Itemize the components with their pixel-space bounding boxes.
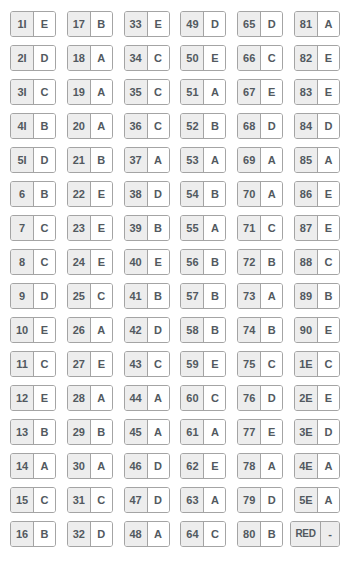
answer-pair-15: 15C bbox=[10, 487, 56, 513]
answer-letter: B bbox=[34, 182, 55, 206]
answer-pair-40: 40E bbox=[124, 249, 170, 275]
question-label: 60 bbox=[181, 386, 204, 410]
answer-pair-78: 78A bbox=[237, 453, 283, 479]
answer-letter: C bbox=[204, 522, 225, 546]
answer-pair-73: 73A bbox=[237, 283, 283, 309]
answer-pair-59: 59E bbox=[180, 351, 226, 377]
question-label: 85 bbox=[295, 148, 318, 172]
answer-pair-81: 81A bbox=[294, 11, 340, 37]
answer-letter: A bbox=[91, 114, 112, 138]
answer-letter: A bbox=[204, 216, 225, 240]
answer-pair-47: 47D bbox=[124, 487, 170, 513]
question-label: 30 bbox=[68, 454, 91, 478]
question-label: 45 bbox=[125, 420, 148, 444]
question-label: 39 bbox=[125, 216, 148, 240]
answer-pair-25: 25C bbox=[67, 283, 113, 309]
question-label: 79 bbox=[238, 488, 261, 512]
answer-letter: A bbox=[204, 80, 225, 104]
question-label: 34 bbox=[125, 46, 148, 70]
question-label: 84 bbox=[295, 114, 318, 138]
answer-pair-79: 79D bbox=[237, 487, 283, 513]
question-label: 17 bbox=[68, 12, 91, 36]
answer-pair-3I: 3IC bbox=[10, 79, 56, 105]
answer-pair-18: 18A bbox=[67, 45, 113, 71]
answer-key-grid: 1IE17B33E49D65D81A2ID18A34C50E66C82E3IC1… bbox=[0, 0, 350, 564]
question-label: 73 bbox=[238, 284, 261, 308]
question-label: 1I bbox=[11, 12, 34, 36]
answer-pair-37: 37A bbox=[124, 147, 170, 173]
question-label: 25 bbox=[68, 284, 91, 308]
question-label: 4I bbox=[11, 114, 34, 138]
question-label: 80 bbox=[238, 522, 261, 546]
answer-letter: B bbox=[34, 420, 55, 444]
answer-pair-33: 33E bbox=[124, 11, 170, 37]
answer-letter: D bbox=[261, 12, 282, 36]
answer-letter: D bbox=[91, 522, 112, 546]
answer-letter: D bbox=[34, 284, 55, 308]
answer-pair-2E: 2EE bbox=[294, 385, 340, 411]
question-label: 2E bbox=[295, 386, 318, 410]
answer-pair-72: 72B bbox=[237, 249, 283, 275]
answer-letter: C bbox=[148, 46, 169, 70]
answer-pair-41: 41B bbox=[124, 283, 170, 309]
question-label: 48 bbox=[125, 522, 148, 546]
answer-pair-6: 6B bbox=[10, 181, 56, 207]
answer-letter: E bbox=[318, 80, 339, 104]
question-label: 10 bbox=[11, 318, 34, 342]
answer-pair-46: 46D bbox=[124, 453, 170, 479]
answer-pair-86: 86E bbox=[294, 181, 340, 207]
answer-pair-29: 29B bbox=[67, 419, 113, 445]
answer-letter: B bbox=[34, 114, 55, 138]
answer-letter: A bbox=[261, 182, 282, 206]
answer-letter: E bbox=[148, 12, 169, 36]
answer-pair-64: 64C bbox=[180, 521, 226, 547]
answer-pair-53: 53A bbox=[180, 147, 226, 173]
answer-letter: A bbox=[91, 318, 112, 342]
answer-pair-1I: 1IE bbox=[10, 11, 56, 37]
question-label: 23 bbox=[68, 216, 91, 240]
question-label: 49 bbox=[181, 12, 204, 36]
answer-letter: C bbox=[148, 80, 169, 104]
answer-letter: B bbox=[204, 318, 225, 342]
question-label: 82 bbox=[295, 46, 318, 70]
answer-pair-4E: 4EA bbox=[294, 453, 340, 479]
answer-pair-30: 30A bbox=[67, 453, 113, 479]
question-label: 70 bbox=[238, 182, 261, 206]
question-label: 56 bbox=[181, 250, 204, 274]
question-label: 20 bbox=[68, 114, 91, 138]
answer-letter: B bbox=[148, 216, 169, 240]
question-label: 87 bbox=[295, 216, 318, 240]
answer-letter: C bbox=[34, 216, 55, 240]
question-label: 2I bbox=[11, 46, 34, 70]
answer-pair-21: 21B bbox=[67, 147, 113, 173]
answer-letter: E bbox=[91, 352, 112, 376]
answer-letter: A bbox=[318, 488, 339, 512]
question-label: 83 bbox=[295, 80, 318, 104]
question-label: 55 bbox=[181, 216, 204, 240]
question-label: 32 bbox=[68, 522, 91, 546]
answer-letter: A bbox=[318, 454, 339, 478]
question-label: 53 bbox=[181, 148, 204, 172]
answer-pair-48: 48A bbox=[124, 521, 170, 547]
answer-pair-RED: RED- bbox=[290, 521, 340, 547]
answer-pair-19: 19A bbox=[67, 79, 113, 105]
question-label: 13 bbox=[11, 420, 34, 444]
question-label: 89 bbox=[295, 284, 318, 308]
answer-letter: D bbox=[318, 420, 339, 444]
answer-pair-5I: 5ID bbox=[10, 147, 56, 173]
answer-letter: A bbox=[204, 488, 225, 512]
answer-letter: D bbox=[261, 488, 282, 512]
answer-pair-50: 50E bbox=[180, 45, 226, 71]
question-label: 74 bbox=[238, 318, 261, 342]
answer-letter: E bbox=[204, 352, 225, 376]
answer-letter: C bbox=[318, 352, 339, 376]
answer-letter: - bbox=[321, 522, 339, 546]
answer-pair-8: 8C bbox=[10, 249, 56, 275]
question-label: 4E bbox=[295, 454, 318, 478]
answer-pair-5E: 5EA bbox=[294, 487, 340, 513]
answer-pair-36: 36C bbox=[124, 113, 170, 139]
answer-pair-54: 54B bbox=[180, 181, 226, 207]
question-label: 11 bbox=[11, 352, 34, 376]
answer-letter: C bbox=[204, 386, 225, 410]
question-label: 88 bbox=[295, 250, 318, 274]
answer-pair-9: 9D bbox=[10, 283, 56, 309]
answer-pair-22: 22E bbox=[67, 181, 113, 207]
question-label: 35 bbox=[125, 80, 148, 104]
answer-pair-60: 60C bbox=[180, 385, 226, 411]
answer-letter: A bbox=[204, 420, 225, 444]
question-label: 61 bbox=[181, 420, 204, 444]
question-label: 47 bbox=[125, 488, 148, 512]
answer-letter: B bbox=[91, 148, 112, 172]
answer-letter: E bbox=[204, 454, 225, 478]
answer-pair-57: 57B bbox=[180, 283, 226, 309]
answer-letter: B bbox=[148, 284, 169, 308]
answer-letter: C bbox=[148, 114, 169, 138]
answer-pair-77: 77E bbox=[237, 419, 283, 445]
answer-letter: C bbox=[261, 46, 282, 70]
answer-pair-90: 90E bbox=[294, 317, 340, 343]
question-label: 15 bbox=[11, 488, 34, 512]
question-label: 62 bbox=[181, 454, 204, 478]
question-label: 40 bbox=[125, 250, 148, 274]
question-label: 36 bbox=[125, 114, 148, 138]
answer-pair-2I: 2ID bbox=[10, 45, 56, 71]
answer-letter: A bbox=[148, 522, 169, 546]
answer-pair-13: 13B bbox=[10, 419, 56, 445]
question-label: 72 bbox=[238, 250, 261, 274]
answer-pair-56: 56B bbox=[180, 249, 226, 275]
question-label: 29 bbox=[68, 420, 91, 444]
answer-letter: E bbox=[91, 250, 112, 274]
question-label: 86 bbox=[295, 182, 318, 206]
question-label: 8 bbox=[11, 250, 34, 274]
answer-pair-42: 42D bbox=[124, 317, 170, 343]
question-label: 59 bbox=[181, 352, 204, 376]
question-label: 46 bbox=[125, 454, 148, 478]
answer-letter: E bbox=[318, 216, 339, 240]
answer-letter: C bbox=[91, 488, 112, 512]
answer-letter: D bbox=[34, 46, 55, 70]
answer-pair-89: 89B bbox=[294, 283, 340, 309]
answer-pair-7: 7C bbox=[10, 215, 56, 241]
question-label: 16 bbox=[11, 522, 34, 546]
answer-pair-11: 11C bbox=[10, 351, 56, 377]
answer-letter: C bbox=[148, 352, 169, 376]
answer-letter: D bbox=[148, 454, 169, 478]
answer-letter: A bbox=[148, 148, 169, 172]
answer-letter: A bbox=[91, 80, 112, 104]
question-label: 7 bbox=[11, 216, 34, 240]
answer-pair-66: 66C bbox=[237, 45, 283, 71]
answer-pair-28: 28A bbox=[67, 385, 113, 411]
answer-letter: E bbox=[34, 12, 55, 36]
answer-letter: A bbox=[148, 420, 169, 444]
answer-letter: E bbox=[261, 80, 282, 104]
answer-letter: B bbox=[318, 284, 339, 308]
answer-pair-74: 74B bbox=[237, 317, 283, 343]
answer-pair-55: 55A bbox=[180, 215, 226, 241]
question-label: 5E bbox=[295, 488, 318, 512]
question-label: 6 bbox=[11, 182, 34, 206]
answer-letter: C bbox=[34, 80, 55, 104]
question-label: 3I bbox=[11, 80, 34, 104]
question-label: 27 bbox=[68, 352, 91, 376]
answer-letter: D bbox=[261, 386, 282, 410]
question-label: 77 bbox=[238, 420, 261, 444]
question-label: 43 bbox=[125, 352, 148, 376]
answer-pair-71: 71C bbox=[237, 215, 283, 241]
answer-pair-32: 32D bbox=[67, 521, 113, 547]
answer-pair-31: 31C bbox=[67, 487, 113, 513]
question-label: 90 bbox=[295, 318, 318, 342]
question-label: 21 bbox=[68, 148, 91, 172]
answer-letter: E bbox=[34, 386, 55, 410]
question-label: 54 bbox=[181, 182, 204, 206]
answer-pair-52: 52B bbox=[180, 113, 226, 139]
answer-pair-23: 23E bbox=[67, 215, 113, 241]
question-label: 5I bbox=[11, 148, 34, 172]
answer-letter: B bbox=[204, 114, 225, 138]
answer-pair-85: 85A bbox=[294, 147, 340, 173]
answer-pair-51: 51A bbox=[180, 79, 226, 105]
question-label: 12 bbox=[11, 386, 34, 410]
answer-letter: D bbox=[261, 114, 282, 138]
answer-letter: B bbox=[91, 12, 112, 36]
question-label: 41 bbox=[125, 284, 148, 308]
answer-pair-26: 26A bbox=[67, 317, 113, 343]
answer-pair-75: 75C bbox=[237, 351, 283, 377]
answer-pair-84: 84D bbox=[294, 113, 340, 139]
answer-pair-88: 88C bbox=[294, 249, 340, 275]
answer-letter: A bbox=[91, 454, 112, 478]
question-label: 26 bbox=[68, 318, 91, 342]
answer-pair-14: 14A bbox=[10, 453, 56, 479]
answer-pair-82: 82E bbox=[294, 45, 340, 71]
question-label: 57 bbox=[181, 284, 204, 308]
answer-letter: A bbox=[261, 284, 282, 308]
answer-letter: A bbox=[261, 148, 282, 172]
answer-letter: E bbox=[204, 46, 225, 70]
answer-pair-83: 83E bbox=[294, 79, 340, 105]
answer-letter: A bbox=[318, 148, 339, 172]
answer-letter: A bbox=[204, 148, 225, 172]
answer-letter: A bbox=[91, 386, 112, 410]
answer-pair-27: 27E bbox=[67, 351, 113, 377]
answer-letter: E bbox=[261, 420, 282, 444]
answer-letter: D bbox=[148, 318, 169, 342]
answer-letter: D bbox=[148, 182, 169, 206]
answer-pair-1E: 1EC bbox=[294, 351, 340, 377]
answer-letter: B bbox=[261, 318, 282, 342]
question-label: 24 bbox=[68, 250, 91, 274]
question-label: 42 bbox=[125, 318, 148, 342]
answer-pair-3E: 3ED bbox=[294, 419, 340, 445]
question-label: 9 bbox=[11, 284, 34, 308]
question-label: 64 bbox=[181, 522, 204, 546]
answer-pair-17: 17B bbox=[67, 11, 113, 37]
question-label: 75 bbox=[238, 352, 261, 376]
answer-pair-10: 10E bbox=[10, 317, 56, 343]
answer-pair-43: 43C bbox=[124, 351, 170, 377]
answer-letter: A bbox=[148, 386, 169, 410]
answer-letter: C bbox=[34, 488, 55, 512]
answer-letter: D bbox=[34, 148, 55, 172]
question-label: 76 bbox=[238, 386, 261, 410]
answer-letter: E bbox=[318, 318, 339, 342]
answer-pair-35: 35C bbox=[124, 79, 170, 105]
answer-letter: E bbox=[318, 386, 339, 410]
answer-letter: E bbox=[91, 182, 112, 206]
answer-pair-39: 39B bbox=[124, 215, 170, 241]
answer-pair-80: 80B bbox=[237, 521, 283, 547]
answer-letter: B bbox=[261, 250, 282, 274]
answer-pair-20: 20A bbox=[67, 113, 113, 139]
answer-pair-62: 62E bbox=[180, 453, 226, 479]
question-label: 31 bbox=[68, 488, 91, 512]
question-label: 38 bbox=[125, 182, 148, 206]
answer-pair-38: 38D bbox=[124, 181, 170, 207]
answer-letter: C bbox=[34, 250, 55, 274]
answer-pair-67: 67E bbox=[237, 79, 283, 105]
question-label: 68 bbox=[238, 114, 261, 138]
question-label: 71 bbox=[238, 216, 261, 240]
answer-letter: B bbox=[204, 284, 225, 308]
answer-pair-63: 63A bbox=[180, 487, 226, 513]
question-label: 66 bbox=[238, 46, 261, 70]
answer-letter: E bbox=[91, 216, 112, 240]
answer-letter: B bbox=[204, 250, 225, 274]
answer-letter: A bbox=[91, 46, 112, 70]
answer-letter: B bbox=[91, 420, 112, 444]
answer-letter: B bbox=[204, 182, 225, 206]
answer-pair-24: 24E bbox=[67, 249, 113, 275]
answer-pair-16: 16B bbox=[10, 521, 56, 547]
question-label: 1E bbox=[295, 352, 318, 376]
answer-letter: C bbox=[261, 352, 282, 376]
question-label: 19 bbox=[68, 80, 91, 104]
answer-pair-44: 44A bbox=[124, 385, 170, 411]
answer-pair-76: 76D bbox=[237, 385, 283, 411]
question-label: 63 bbox=[181, 488, 204, 512]
answer-letter: E bbox=[148, 250, 169, 274]
question-label: 37 bbox=[125, 148, 148, 172]
answer-letter: C bbox=[34, 352, 55, 376]
answer-letter: E bbox=[34, 318, 55, 342]
answer-pair-70: 70A bbox=[237, 181, 283, 207]
question-label: 14 bbox=[11, 454, 34, 478]
answer-letter: C bbox=[318, 250, 339, 274]
question-label: 81 bbox=[295, 12, 318, 36]
answer-pair-61: 61A bbox=[180, 419, 226, 445]
answer-pair-45: 45A bbox=[124, 419, 170, 445]
answer-letter: E bbox=[318, 46, 339, 70]
answer-letter: B bbox=[261, 522, 282, 546]
answer-letter: D bbox=[148, 488, 169, 512]
answer-pair-87: 87E bbox=[294, 215, 340, 241]
answer-letter: B bbox=[34, 522, 55, 546]
answer-letter: A bbox=[261, 454, 282, 478]
question-label: 33 bbox=[125, 12, 148, 36]
question-label: 65 bbox=[238, 12, 261, 36]
answer-pair-68: 68D bbox=[237, 113, 283, 139]
answer-pair-4I: 4IB bbox=[10, 113, 56, 139]
answer-pair-34: 34C bbox=[124, 45, 170, 71]
answer-pair-12: 12E bbox=[10, 385, 56, 411]
question-label: 28 bbox=[68, 386, 91, 410]
question-label: 18 bbox=[68, 46, 91, 70]
answer-pair-49: 49D bbox=[180, 11, 226, 37]
question-label: RED bbox=[291, 522, 321, 546]
question-label: 50 bbox=[181, 46, 204, 70]
question-label: 69 bbox=[238, 148, 261, 172]
answer-letter: C bbox=[91, 284, 112, 308]
answer-letter: A bbox=[34, 454, 55, 478]
question-label: 52 bbox=[181, 114, 204, 138]
question-label: 22 bbox=[68, 182, 91, 206]
answer-letter: D bbox=[318, 114, 339, 138]
answer-letter: A bbox=[318, 12, 339, 36]
question-label: 67 bbox=[238, 80, 261, 104]
answer-pair-69: 69A bbox=[237, 147, 283, 173]
question-label: 78 bbox=[238, 454, 261, 478]
question-label: 58 bbox=[181, 318, 204, 342]
question-label: 51 bbox=[181, 80, 204, 104]
question-label: 3E bbox=[295, 420, 318, 444]
answer-letter: E bbox=[318, 182, 339, 206]
answer-letter: D bbox=[204, 12, 225, 36]
answer-pair-58: 58B bbox=[180, 317, 226, 343]
question-label: 44 bbox=[125, 386, 148, 410]
answer-letter: C bbox=[261, 216, 282, 240]
answer-pair-65: 65D bbox=[237, 11, 283, 37]
